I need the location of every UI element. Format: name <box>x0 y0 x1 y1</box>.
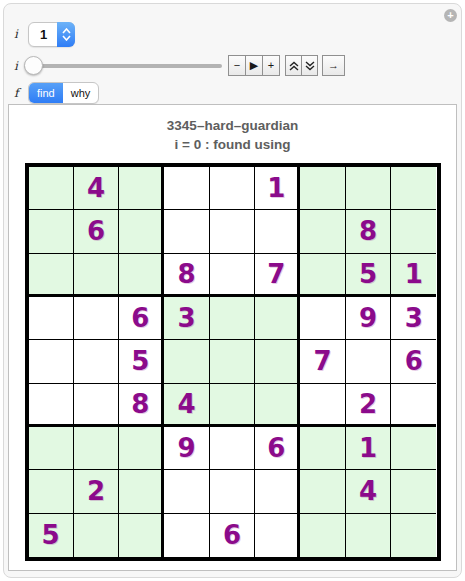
cell-r5c4 <box>164 340 209 383</box>
cell-r3c9: 1 <box>391 254 436 297</box>
manipulate-window: + i 1 i − ▶ + → f find why 3345–hard–gua… <box>0 0 465 581</box>
cell-r4c7 <box>300 297 345 340</box>
direction-button[interactable]: → <box>322 55 345 76</box>
cell-r5c2 <box>74 340 119 383</box>
cell-r4c2 <box>74 297 119 340</box>
cell-r2c9 <box>391 210 436 253</box>
cell-r6c5 <box>210 384 255 427</box>
cell-r1c2: 4 <box>74 167 119 210</box>
display-panel: 3345–hard–guardian i = 0 : found using 4… <box>8 104 457 571</box>
cell-r2c6 <box>255 210 300 253</box>
cell-r2c4 <box>164 210 209 253</box>
cell-r3c1 <box>29 254 74 297</box>
cell-r6c8: 2 <box>346 384 391 427</box>
cell-r7c6: 6 <box>255 427 300 470</box>
cell-r1c3 <box>119 167 164 210</box>
popup-variable-label: i <box>14 27 18 41</box>
cell-r9c4 <box>164 514 209 557</box>
cell-r7c4: 9 <box>164 427 209 470</box>
index-popup-menu[interactable]: 1 <box>28 22 75 47</box>
cell-r7c2 <box>74 427 119 470</box>
find-why-toggler: find why <box>28 82 99 104</box>
cell-r4c5 <box>210 297 255 340</box>
cell-r2c2: 6 <box>74 210 119 253</box>
cell-r2c8: 8 <box>346 210 391 253</box>
cell-r9c2 <box>74 514 119 557</box>
cell-r5c1 <box>29 340 74 383</box>
cell-r3c6: 7 <box>255 254 300 297</box>
cell-r3c4: 8 <box>164 254 209 297</box>
cell-r1c4 <box>164 167 209 210</box>
cell-r2c1 <box>29 210 74 253</box>
segment-why[interactable]: why <box>63 83 99 103</box>
sudoku-board: 4168875163935768429612456 <box>25 163 441 561</box>
cell-r7c3 <box>119 427 164 470</box>
cell-r1c5 <box>210 167 255 210</box>
cell-r5c9: 6 <box>391 340 436 383</box>
cell-r4c1 <box>29 297 74 340</box>
cell-r6c7 <box>300 384 345 427</box>
cell-r5c6 <box>255 340 300 383</box>
cell-r3c5 <box>210 254 255 297</box>
cell-r7c1 <box>29 427 74 470</box>
up-down-chevrons-icon[interactable] <box>57 22 75 47</box>
cell-r5c5 <box>210 340 255 383</box>
slider-variable-label: i <box>14 59 18 73</box>
faster-button[interactable]: + <box>262 55 280 76</box>
cell-r7c7 <box>300 427 345 470</box>
cell-r3c2 <box>74 254 119 297</box>
cell-r4c3: 6 <box>119 297 164 340</box>
cell-r3c3 <box>119 254 164 297</box>
cell-r7c5 <box>210 427 255 470</box>
cell-r7c9 <box>391 427 436 470</box>
cell-r5c7: 7 <box>300 340 345 383</box>
cell-r1c8 <box>346 167 391 210</box>
cell-r1c7 <box>300 167 345 210</box>
cell-r1c6: 1 <box>255 167 300 210</box>
cell-r9c6 <box>255 514 300 557</box>
cell-r9c8 <box>346 514 391 557</box>
cell-r2c3 <box>119 210 164 253</box>
cell-r3c7 <box>300 254 345 297</box>
cell-r4c9: 3 <box>391 297 436 340</box>
cell-r8c2: 2 <box>74 470 119 513</box>
segment-find[interactable]: find <box>29 83 63 103</box>
cell-r9c3 <box>119 514 164 557</box>
cell-r4c6 <box>255 297 300 340</box>
cell-r5c3: 5 <box>119 340 164 383</box>
cell-r6c4: 4 <box>164 384 209 427</box>
cell-r9c5: 6 <box>210 514 255 557</box>
cell-r8c7 <box>300 470 345 513</box>
cell-r2c5 <box>210 210 255 253</box>
puzzle-title: 3345–hard–guardian <box>9 118 456 133</box>
chevron-double-up-icon[interactable] <box>285 55 302 76</box>
cell-r2c7 <box>300 210 345 253</box>
cell-r8c5 <box>210 470 255 513</box>
cell-r1c9 <box>391 167 436 210</box>
play-button[interactable]: ▶ <box>245 55 263 76</box>
cell-r8c3 <box>119 470 164 513</box>
cell-r6c2 <box>74 384 119 427</box>
cell-r6c1 <box>29 384 74 427</box>
cell-r9c9 <box>391 514 436 557</box>
cell-r8c4 <box>164 470 209 513</box>
popup-value: 1 <box>29 27 57 42</box>
chevron-double-down-icon[interactable] <box>301 55 318 76</box>
slower-button[interactable]: − <box>228 55 246 76</box>
cell-r8c9 <box>391 470 436 513</box>
slider-track[interactable] <box>24 64 222 68</box>
slider-thumb[interactable] <box>24 56 43 75</box>
cell-r9c7 <box>300 514 345 557</box>
cell-r6c9 <box>391 384 436 427</box>
toggle-variable-label: f <box>14 86 18 100</box>
cell-r4c4: 3 <box>164 297 209 340</box>
cell-r4c8: 9 <box>346 297 391 340</box>
manipulate-options-button[interactable]: + <box>444 9 457 22</box>
iteration-status: i = 0 : found using <box>9 137 456 152</box>
cell-r8c1 <box>29 470 74 513</box>
cell-r1c1 <box>29 167 74 210</box>
cell-r6c6 <box>255 384 300 427</box>
cell-r5c8 <box>346 340 391 383</box>
cell-r8c8: 4 <box>346 470 391 513</box>
cell-r3c8: 5 <box>346 254 391 297</box>
cell-r6c3: 8 <box>119 384 164 427</box>
cell-r9c1: 5 <box>29 514 74 557</box>
cell-r8c6 <box>255 470 300 513</box>
cell-r7c8: 1 <box>346 427 391 470</box>
